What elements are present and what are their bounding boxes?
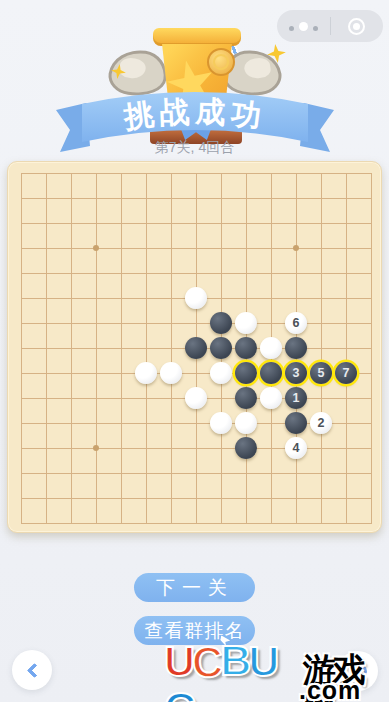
back-button[interactable] bbox=[12, 650, 52, 690]
next-level-button[interactable]: 下一关 bbox=[134, 573, 255, 602]
stone-white bbox=[135, 362, 157, 384]
star-point bbox=[293, 245, 299, 251]
close-minimize-button[interactable] bbox=[331, 10, 384, 42]
circle-target-icon bbox=[348, 18, 365, 35]
stone-black bbox=[210, 337, 232, 359]
circular-arrow-icon bbox=[350, 663, 367, 680]
stone-black-move-3: 3 bbox=[285, 362, 307, 384]
level-round-label: 第7关, 4回合 bbox=[0, 139, 389, 157]
stone-black bbox=[235, 437, 257, 459]
wechat-capsule bbox=[277, 10, 383, 42]
stone-white-move-6: 6 bbox=[285, 312, 307, 334]
group-ranking-button[interactable]: 查看群排名 bbox=[134, 616, 255, 645]
replay-button[interactable] bbox=[338, 651, 378, 691]
stone-white bbox=[185, 387, 207, 409]
watermark-letter: U bbox=[248, 638, 276, 684]
star-point bbox=[93, 445, 99, 451]
stone-white bbox=[260, 387, 282, 409]
watermark-letters: UCBUG bbox=[164, 638, 301, 702]
stone-white bbox=[185, 287, 207, 309]
stone-white bbox=[160, 362, 182, 384]
stone-white-move-2: 2 bbox=[310, 412, 332, 434]
stone-black bbox=[210, 312, 232, 334]
stone-black bbox=[260, 362, 282, 384]
board[interactable]: 6357124 bbox=[7, 161, 382, 533]
stone-white-move-4: 4 bbox=[285, 437, 307, 459]
stone-white bbox=[235, 312, 257, 334]
stone-black-move-7: 7 bbox=[335, 362, 357, 384]
stone-black-move-1: 1 bbox=[285, 387, 307, 409]
watermark-letter: G bbox=[163, 684, 195, 702]
stone-white bbox=[235, 412, 257, 434]
stone-white bbox=[260, 337, 282, 359]
stone-black bbox=[185, 337, 207, 359]
ellipsis-dots-icon bbox=[286, 17, 321, 35]
watermark-letter: C bbox=[191, 639, 221, 686]
chevron-left-icon bbox=[26, 662, 42, 678]
star-point bbox=[93, 245, 99, 251]
stone-black bbox=[235, 337, 257, 359]
screen: 挑战成功 第7关, 4回合 6357124 下一关 查看群排名 UCBUG 游戏… bbox=[0, 0, 389, 702]
stone-black bbox=[235, 387, 257, 409]
stone-black bbox=[285, 337, 307, 359]
stone-black-move-5: 5 bbox=[310, 362, 332, 384]
trophy-cup-rim bbox=[153, 28, 241, 46]
stone-white bbox=[210, 362, 232, 384]
stone-black bbox=[235, 362, 257, 384]
stone-white bbox=[210, 412, 232, 434]
medal-icon bbox=[207, 48, 235, 76]
stone-black bbox=[285, 412, 307, 434]
